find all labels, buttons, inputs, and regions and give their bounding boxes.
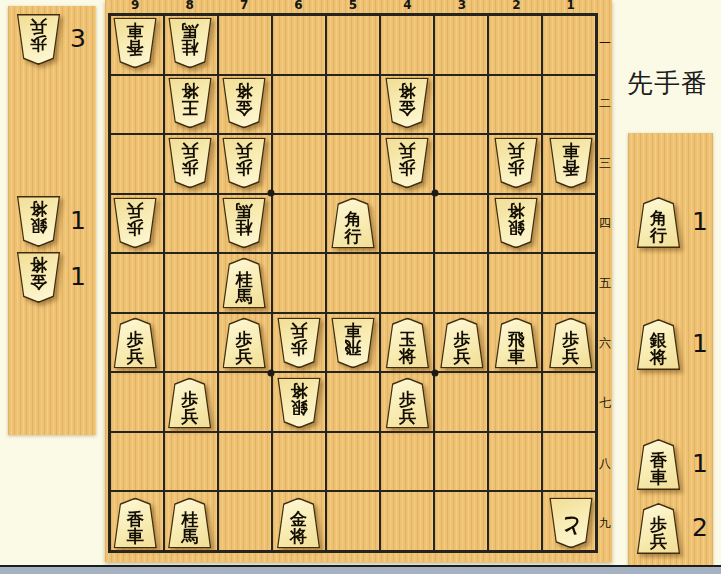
piece-kanji: 銀 (290, 398, 307, 415)
piece-gote-銀将-at-24[interactable]: 銀将 (494, 198, 539, 249)
square-15[interactable] (543, 254, 595, 312)
square-93[interactable] (111, 135, 163, 193)
file-label-7: 7 (240, 0, 248, 12)
piece-gote-歩兵-at-66[interactable]: 歩兵 (276, 318, 321, 369)
square-25[interactable] (489, 254, 541, 312)
file-label-6: 6 (294, 0, 302, 12)
piece-kanji: 兵 (508, 141, 525, 158)
piece-gote-と-at-19[interactable]: と (548, 498, 593, 549)
square-11[interactable] (543, 16, 595, 74)
piece-gote-香車-at-13[interactable]: 香車 (548, 138, 593, 189)
piece-kanji: 香 (127, 38, 144, 55)
piece-gote-香車-at-91[interactable]: 香車 (113, 18, 158, 69)
star-point (431, 370, 438, 377)
square-95[interactable] (111, 254, 163, 312)
square-33[interactable] (435, 135, 487, 193)
square-44[interactable] (381, 195, 433, 253)
piece-sente-歩兵-at-87[interactable]: 歩兵 (167, 378, 212, 429)
piece-kanji: 行 (345, 228, 362, 245)
piece-kanji: 車 (345, 321, 362, 338)
piece-kanji: 兵 (399, 141, 416, 158)
piece-sente-歩兵-at-76[interactable]: 歩兵 (222, 318, 267, 369)
square-52[interactable] (327, 76, 379, 134)
square-38[interactable] (435, 433, 487, 491)
piece-kanji: 歩 (30, 35, 47, 52)
sente-hand-piece-歩兵[interactable]: 歩兵 (636, 503, 681, 554)
sente-hand-row-銀将: 銀将1 (628, 319, 713, 371)
piece-kanji: 馬 (181, 21, 198, 38)
square-85[interactable] (165, 254, 217, 312)
gote-hand-stand: 歩兵3銀将1金将1 (8, 6, 96, 435)
piece-kanji: 兵 (181, 141, 198, 158)
rank-label-1: 一 (599, 37, 611, 49)
square-61[interactable] (273, 16, 325, 74)
piece-kanji: 将 (30, 200, 47, 217)
square-32[interactable] (435, 76, 487, 134)
square-64[interactable] (273, 195, 325, 253)
piece-kanji: 歩 (290, 338, 307, 355)
file-label-4: 4 (403, 0, 411, 12)
square-28[interactable] (489, 433, 541, 491)
piece-kanji: 将 (508, 201, 525, 218)
sente-hand-row-香車: 香車1 (628, 439, 713, 491)
square-57[interactable] (327, 373, 379, 431)
gote-hand-piece-金将[interactable]: 金将 (16, 252, 61, 303)
piece-kanji: 金 (399, 98, 416, 115)
sente-hand-stand: 角行1銀将1香車1歩兵2 (628, 133, 713, 565)
square-48[interactable] (381, 433, 433, 491)
sente-hand-count-香車: 1 (692, 449, 708, 478)
piece-kanji: 歩 (181, 158, 198, 175)
square-86[interactable] (165, 314, 217, 372)
piece-kanji: 兵 (453, 348, 470, 365)
square-18[interactable] (543, 433, 595, 491)
square-53[interactable] (327, 135, 379, 193)
file-label-9: 9 (131, 0, 139, 12)
piece-kanji: 馬 (181, 528, 198, 545)
square-31[interactable] (435, 16, 487, 74)
piece-gote-飛車-at-56[interactable]: 飛車 (331, 318, 376, 369)
piece-gote-桂馬-at-81[interactable]: 桂馬 (167, 18, 212, 69)
piece-kanji: 車 (508, 348, 525, 365)
rank-label-8: 八 (599, 457, 611, 469)
rank-label-2: 二 (599, 97, 611, 109)
sente-hand-count-歩兵: 2 (692, 513, 708, 542)
square-14[interactable] (543, 195, 595, 253)
square-62[interactable] (273, 76, 325, 134)
square-34[interactable] (435, 195, 487, 253)
rank-labels: 一二三四五六七八九 (599, 13, 612, 553)
piece-gote-歩兵-at-23[interactable]: 歩兵 (494, 138, 539, 189)
piece-sente-歩兵-at-16[interactable]: 歩兵 (548, 318, 593, 369)
piece-kanji: 兵 (236, 348, 253, 365)
piece-kanji: 馬 (236, 288, 253, 305)
gote-hand-row-歩兵: 歩兵3 (8, 14, 96, 66)
piece-kanji: 将 (181, 81, 198, 98)
piece-kanji: 香 (562, 158, 579, 175)
piece-gote-歩兵-at-83[interactable]: 歩兵 (167, 138, 212, 189)
piece-kanji: 車 (127, 528, 144, 545)
piece-kanji: 車 (127, 21, 144, 38)
rank-label-5: 五 (599, 277, 611, 289)
file-label-5: 5 (349, 0, 357, 12)
piece-kanji: 車 (562, 141, 579, 158)
square-92[interactable] (111, 76, 163, 134)
square-63[interactable] (273, 135, 325, 193)
piece-kanji: 王 (181, 98, 198, 115)
piece-kanji: 金 (236, 98, 253, 115)
square-98[interactable] (111, 433, 163, 491)
sente-hand-row-歩兵: 歩兵2 (628, 503, 713, 555)
square-68[interactable] (273, 433, 325, 491)
piece-kanji: 銀 (30, 217, 47, 234)
sente-hand-piece-角行[interactable]: 角行 (636, 197, 681, 248)
piece-sente-歩兵-at-47[interactable]: 歩兵 (385, 378, 430, 429)
piece-sente-桂馬-at-89[interactable]: 桂馬 (167, 498, 212, 549)
star-point (268, 370, 275, 377)
piece-kanji: と (560, 515, 582, 536)
piece-kanji: 兵 (127, 348, 144, 365)
piece-kanji: 歩 (127, 218, 144, 235)
gote-hand-piece-歩兵[interactable]: 歩兵 (16, 14, 61, 65)
square-88[interactable] (165, 433, 217, 491)
square-21[interactable] (489, 16, 541, 74)
piece-kanji: 歩 (508, 158, 525, 175)
piece-kanji: 兵 (236, 141, 253, 158)
square-77[interactable] (219, 373, 271, 431)
square-39[interactable] (435, 492, 487, 550)
piece-gote-金将-at-72[interactable]: 金将 (222, 78, 267, 129)
gote-hand-row-銀将: 銀将1 (8, 196, 96, 248)
file-label-8: 8 (185, 0, 193, 12)
square-59[interactable] (327, 492, 379, 550)
piece-kanji: 歩 (236, 158, 253, 175)
piece-sente-香車-at-99[interactable]: 香車 (113, 498, 158, 549)
square-78[interactable] (219, 433, 271, 491)
square-41[interactable] (381, 16, 433, 74)
square-79[interactable] (219, 492, 271, 550)
piece-kanji: 兵 (30, 18, 47, 35)
piece-kanji: 車 (650, 469, 667, 486)
piece-kanji: 兵 (650, 533, 667, 550)
rank-label-9: 九 (599, 517, 611, 529)
rank-label-4: 四 (599, 217, 611, 229)
piece-kanji: 兵 (399, 408, 416, 425)
sente-hand-row-角行: 角行1 (628, 197, 713, 249)
piece-sente-玉将-at-46[interactable]: 玉将 (385, 318, 430, 369)
rank-label-3: 三 (599, 157, 611, 169)
piece-kanji: 桂 (181, 38, 198, 55)
file-label-3: 3 (458, 0, 466, 12)
piece-kanji: 銀 (508, 218, 525, 235)
piece-kanji: 将 (650, 349, 667, 366)
piece-kanji: 将 (236, 81, 253, 98)
square-55[interactable] (327, 254, 379, 312)
piece-kanji: 将 (399, 348, 416, 365)
file-labels: 987654321 (108, 0, 598, 13)
square-37[interactable] (435, 373, 487, 431)
piece-kanji: 兵 (290, 321, 307, 338)
piece-gote-銀将-at-67[interactable]: 銀将 (276, 378, 321, 429)
square-22[interactable] (489, 76, 541, 134)
rank-label-6: 六 (599, 337, 611, 349)
gote-hand-piece-銀将[interactable]: 銀将 (16, 196, 61, 247)
square-35[interactable] (435, 254, 487, 312)
piece-sente-飛車-at-26[interactable]: 飛車 (494, 318, 539, 369)
square-12[interactable] (543, 76, 595, 134)
piece-kanji: 将 (290, 528, 307, 545)
piece-sente-金将-at-69[interactable]: 金将 (276, 498, 321, 549)
piece-kanji: 兵 (127, 201, 144, 218)
piece-kanji: 桂 (236, 218, 253, 235)
piece-kanji: 飛 (345, 338, 362, 355)
rank-label-7: 七 (599, 397, 611, 409)
file-label-1: 1 (567, 0, 575, 12)
gote-hand-count-銀将: 1 (70, 206, 86, 235)
piece-kanji: 馬 (236, 201, 253, 218)
square-51[interactable] (327, 16, 379, 74)
square-71[interactable] (219, 16, 271, 74)
piece-kanji: 兵 (181, 408, 198, 425)
square-17[interactable] (543, 373, 595, 431)
sente-hand-piece-銀将[interactable]: 銀将 (636, 319, 681, 370)
piece-gote-歩兵-at-94[interactable]: 歩兵 (113, 198, 158, 249)
piece-kanji: 将 (30, 256, 47, 273)
turn-indicator-label: 先手番 (627, 66, 717, 101)
piece-gote-歩兵-at-43[interactable]: 歩兵 (385, 138, 430, 189)
piece-sente-角行-at-54[interactable]: 角行 (331, 198, 376, 249)
shogi-board: 987654321 一二三四五六七八九 香車桂馬王将金将金将歩兵歩兵歩兵歩兵香車… (105, 0, 612, 562)
square-27[interactable] (489, 373, 541, 431)
square-97[interactable] (111, 373, 163, 431)
piece-gote-王将-at-82[interactable]: 王将 (167, 78, 212, 129)
square-49[interactable] (381, 492, 433, 550)
piece-sente-歩兵-at-96[interactable]: 歩兵 (113, 318, 158, 369)
piece-kanji: 歩 (399, 158, 416, 175)
square-45[interactable] (381, 254, 433, 312)
square-58[interactable] (327, 433, 379, 491)
gote-hand-count-金将: 1 (70, 262, 86, 291)
piece-kanji: 将 (290, 381, 307, 398)
piece-gote-金将-at-42[interactable]: 金将 (385, 78, 430, 129)
sente-hand-count-銀将: 1 (692, 329, 708, 358)
gote-hand-count-歩兵: 3 (70, 24, 86, 53)
piece-kanji: 行 (650, 227, 667, 244)
square-29[interactable] (489, 492, 541, 550)
piece-kanji: 金 (30, 273, 47, 290)
gote-hand-row-金将: 金将1 (8, 252, 96, 304)
piece-sente-歩兵-at-36[interactable]: 歩兵 (439, 318, 484, 369)
sente-hand-count-角行: 1 (692, 207, 708, 236)
star-point (268, 190, 275, 197)
sente-hand-piece-香車[interactable]: 香車 (636, 439, 681, 490)
file-label-2: 2 (512, 0, 520, 12)
square-84[interactable] (165, 195, 217, 253)
piece-kanji: 将 (399, 81, 416, 98)
piece-kanji: 兵 (562, 348, 579, 365)
window-bottom-edge (0, 565, 721, 574)
piece-gote-桂馬-at-74[interactable]: 桂馬 (222, 198, 267, 249)
piece-sente-桂馬-at-75[interactable]: 桂馬 (222, 258, 267, 309)
star-point (431, 190, 438, 197)
piece-gote-歩兵-at-73[interactable]: 歩兵 (222, 138, 267, 189)
square-65[interactable] (273, 254, 325, 312)
